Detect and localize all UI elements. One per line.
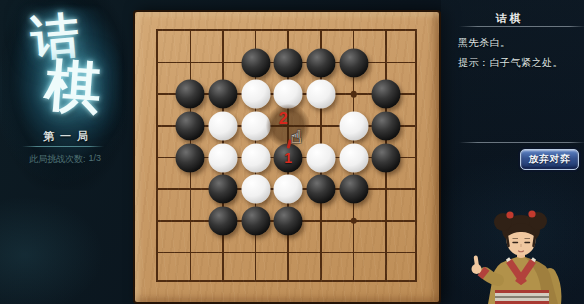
girl-character-illustration bbox=[462, 200, 584, 304]
go-stone-white bbox=[339, 111, 368, 140]
go-stone-white bbox=[208, 143, 237, 172]
go-stone-white bbox=[339, 143, 368, 172]
go-board[interactable]: 12☝ bbox=[133, 10, 441, 304]
objective-text: 黑先杀白。 bbox=[458, 36, 511, 50]
hint-text: 提示：白子气紧之处。 bbox=[458, 56, 563, 70]
hand-cursor-icon: ☝ bbox=[291, 128, 302, 146]
go-stone-black bbox=[176, 80, 205, 109]
go-stone-black bbox=[372, 143, 401, 172]
go-stone-white bbox=[241, 143, 270, 172]
go-stone-white bbox=[306, 80, 335, 109]
suggested-move-number: 2 bbox=[279, 110, 288, 128]
puzzle-title-calligraphy-char2: 棋 bbox=[43, 56, 103, 116]
left-panel: 诘 棋 第一局 此局挑战次数: 1/3 bbox=[0, 0, 133, 304]
go-stone-black bbox=[372, 111, 401, 140]
attempts-counter: 此局挑战次数: 1/3 bbox=[0, 153, 133, 166]
round-label: 第一局 bbox=[0, 129, 130, 144]
resign-button[interactable]: 放弃对弈 bbox=[520, 149, 579, 170]
go-stone-black bbox=[176, 143, 205, 172]
go-stone-black bbox=[208, 80, 237, 109]
go-stone-black bbox=[176, 111, 205, 140]
tsumego-game-screen: 诘 棋 第一局 此局挑战次数: 1/3 12☝ 诘棋 黑先杀白。 提示：白子气紧… bbox=[0, 0, 584, 304]
go-stone-white bbox=[274, 175, 303, 204]
go-stone-white bbox=[208, 111, 237, 140]
go-stone-black bbox=[372, 80, 401, 109]
go-stone-black bbox=[241, 48, 270, 77]
star-point bbox=[350, 218, 357, 225]
attempts-value: 1/3 bbox=[88, 153, 101, 166]
go-stone-black bbox=[274, 48, 303, 77]
go-stone-black bbox=[208, 175, 237, 204]
button-divider bbox=[459, 142, 584, 143]
go-stone-black bbox=[241, 206, 270, 235]
go-stone-white bbox=[306, 143, 335, 172]
go-board-grid: 12☝ bbox=[156, 29, 417, 282]
move-number-label: 1 bbox=[284, 150, 292, 166]
attempts-label: 此局挑战次数: bbox=[29, 153, 86, 166]
go-stone-white bbox=[241, 80, 270, 109]
panel-title: 诘棋 bbox=[441, 11, 578, 26]
star-point bbox=[350, 91, 357, 98]
go-stone-white bbox=[241, 175, 270, 204]
go-stone-black bbox=[339, 175, 368, 204]
grid-line-horizontal bbox=[158, 252, 415, 254]
go-stone-black bbox=[339, 48, 368, 77]
go-stone-black bbox=[306, 48, 335, 77]
title-divider bbox=[459, 26, 584, 27]
left-panel-divider bbox=[22, 146, 104, 147]
go-stone-black bbox=[306, 175, 335, 204]
go-stone-black bbox=[274, 206, 303, 235]
go-stone-black bbox=[208, 206, 237, 235]
